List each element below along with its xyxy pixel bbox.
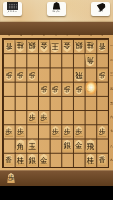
board-grid-icon (7, 2, 18, 10)
resign-button-label: 投了 (98, 10, 103, 12)
gote-piece-歩[interactable]: 歩 (74, 83, 83, 94)
square-8-6[interactable] (15, 110, 27, 124)
square-9-9[interactable]: 香 (3, 153, 15, 167)
square-3-5[interactable] (73, 96, 85, 110)
gote-piece-歩[interactable]: 歩 (63, 83, 72, 94)
square-7-9[interactable]: 銀 (26, 153, 38, 167)
square-6-1[interactable]: 金 (38, 39, 50, 53)
square-2-5[interactable] (85, 96, 97, 110)
square-2-9[interactable]: 桂 (85, 153, 97, 167)
square-4-2[interactable] (61, 53, 73, 67)
square-5-1[interactable]: 王 (50, 39, 62, 53)
square-1-2[interactable] (96, 53, 108, 67)
board-grid: 香桂銀金王金銀桂香角歩歩歩飛歩歩歩歩歩歩歩歩歩歩歩歩歩歩角玉銀金飛香桂銀金桂香 (2, 38, 109, 168)
menu-button[interactable]: メニュー (3, 2, 22, 16)
square-4-3[interactable] (61, 67, 73, 81)
sente-piece-歩[interactable]: 歩 (16, 126, 25, 137)
square-7-8[interactable]: 玉 (26, 139, 38, 153)
square-7-3[interactable]: 歩 (26, 67, 38, 81)
square-4-5[interactable] (61, 96, 73, 110)
square-1-9[interactable]: 香 (96, 153, 108, 167)
square-6-8[interactable] (38, 139, 50, 153)
square-9-6[interactable] (3, 110, 15, 124)
square-1-5[interactable] (96, 96, 108, 110)
square-4-9[interactable] (61, 153, 73, 167)
file-label-7: ７ (31, 34, 34, 37)
sente-hand-piece-歩[interactable]: 歩 (7, 173, 15, 183)
sente-piece-銀[interactable]: 銀 (62, 140, 72, 152)
gote-piece-香[interactable]: 香 (4, 41, 13, 52)
rank-label-9: 九 (110, 158, 113, 161)
rank-label-6: 六 (110, 116, 113, 119)
sente-piece-銀[interactable]: 銀 (27, 154, 37, 166)
square-3-6[interactable] (73, 110, 85, 124)
sente-piece-玉[interactable]: 玉 (27, 139, 38, 152)
file-label-3: ３ (78, 34, 81, 37)
undo-button[interactable]: 待った (47, 2, 66, 16)
square-2-7[interactable] (85, 124, 97, 138)
square-5-2[interactable] (50, 53, 62, 67)
square-9-8[interactable] (3, 139, 15, 153)
square-3-4[interactable]: 歩 (73, 82, 85, 96)
sente-piece-桂[interactable]: 桂 (15, 154, 25, 166)
upright-piece-icon (53, 2, 61, 10)
square-8-1[interactable]: 桂 (15, 39, 27, 53)
square-9-1[interactable]: 香 (3, 39, 15, 53)
rank-label-5: 五 (110, 101, 113, 104)
gote-piece-角[interactable]: 角 (85, 54, 96, 67)
gote-piece-桂[interactable]: 桂 (15, 40, 25, 52)
gote-piece-銀[interactable]: 銀 (74, 40, 84, 52)
rank-label-7: 七 (110, 130, 113, 133)
square-8-8[interactable]: 角 (15, 139, 27, 153)
file-label-6: ６ (43, 34, 46, 37)
square-8-5[interactable] (15, 96, 27, 110)
toolbar: メニュー 待った 投了 (0, 0, 113, 22)
square-9-2[interactable] (3, 53, 15, 67)
square-6-2[interactable] (38, 53, 50, 67)
gote-piece-金[interactable]: 金 (39, 40, 49, 52)
square-8-7[interactable]: 歩 (15, 124, 27, 138)
square-5-4[interactable]: 歩 (50, 82, 62, 96)
gote-piece-歩[interactable]: 歩 (51, 83, 60, 94)
square-7-2[interactable] (26, 53, 38, 67)
square-4-4[interactable]: 歩 (61, 82, 73, 96)
rank-label-1: 一 (110, 45, 113, 48)
square-1-7[interactable]: 歩 (96, 124, 108, 138)
square-9-5[interactable] (3, 96, 15, 110)
square-4-8[interactable]: 銀 (61, 139, 73, 153)
square-5-3[interactable] (50, 67, 62, 81)
square-4-1[interactable]: 金 (61, 39, 73, 53)
undo-button-label: 待った (53, 10, 60, 12)
square-5-5[interactable] (50, 96, 62, 110)
gote-piece-飛[interactable]: 飛 (73, 68, 84, 81)
square-8-2[interactable] (15, 53, 27, 67)
rank-label-8: 八 (110, 144, 113, 147)
sente-captured-tray: 歩 (0, 170, 113, 186)
file-label-1: １ (101, 34, 104, 37)
gote-piece-銀[interactable]: 銀 (27, 40, 37, 52)
gote-piece-歩[interactable]: 歩 (28, 69, 37, 80)
square-5-7[interactable]: 歩 (50, 124, 62, 138)
sente-piece-歩[interactable]: 歩 (4, 126, 13, 137)
file-label-8: ８ (19, 34, 22, 37)
square-7-7[interactable] (26, 124, 38, 138)
sente-piece-歩[interactable]: 歩 (39, 112, 48, 123)
square-6-7[interactable] (38, 124, 50, 138)
square-7-6[interactable]: 歩 (26, 110, 38, 124)
gote-piece-桂[interactable]: 桂 (85, 40, 95, 52)
sente-piece-飛[interactable]: 飛 (85, 139, 96, 152)
file-label-5: ５ (54, 34, 57, 37)
file-label-2: ２ (89, 34, 92, 37)
sente-piece-香[interactable]: 香 (4, 154, 13, 165)
square-6-9[interactable]: 金 (38, 153, 50, 167)
square-3-1[interactable]: 銀 (73, 39, 85, 53)
file-label-9: ９ (8, 34, 11, 37)
rank-label-3: 三 (110, 73, 113, 76)
square-5-6[interactable] (50, 110, 62, 124)
gote-piece-歩[interactable]: 歩 (4, 69, 13, 80)
square-6-5[interactable] (38, 96, 50, 110)
sente-piece-歩[interactable]: 歩 (51, 126, 60, 137)
square-9-7[interactable]: 歩 (3, 124, 15, 138)
square-5-9[interactable] (50, 153, 62, 167)
square-1-8[interactable] (96, 139, 108, 153)
sente-piece-歩[interactable]: 歩 (74, 126, 83, 137)
rank-label-2: 二 (110, 59, 113, 62)
sente-piece-桂[interactable]: 桂 (85, 154, 95, 166)
sente-piece-歩[interactable]: 歩 (28, 112, 37, 123)
square-3-3[interactable]: 飛 (73, 67, 85, 81)
square-4-7[interactable]: 歩 (61, 124, 73, 138)
square-7-1[interactable]: 銀 (26, 39, 38, 53)
square-3-8[interactable]: 金 (73, 139, 85, 153)
square-3-2[interactable] (73, 53, 85, 67)
square-8-4[interactable] (15, 82, 27, 96)
square-5-8[interactable] (50, 139, 62, 153)
square-8-3[interactable]: 歩 (15, 67, 27, 81)
rank-label-4: 四 (110, 87, 113, 90)
file-label-4: ４ (66, 34, 69, 37)
sente-piece-金[interactable]: 金 (39, 154, 49, 166)
gote-piece-歩[interactable]: 歩 (98, 69, 107, 80)
square-2-4[interactable]: 歩 (85, 82, 97, 96)
square-6-3[interactable] (38, 67, 50, 81)
square-2-8[interactable]: 飛 (85, 139, 97, 153)
sente-piece-歩[interactable]: 歩 (63, 126, 72, 137)
square-4-6[interactable] (61, 110, 73, 124)
square-2-2[interactable]: 角 (85, 53, 97, 67)
shogi-board: 香桂銀金王金銀桂香角歩歩歩飛歩歩歩歩歩歩歩歩歩歩歩歩歩歩角玉銀金飛香桂銀金桂香 … (0, 35, 113, 170)
gote-piece-王[interactable]: 王 (50, 40, 61, 53)
sente-piece-金[interactable]: 金 (74, 140, 84, 152)
square-7-4[interactable] (26, 82, 38, 96)
square-6-6[interactable]: 歩 (38, 110, 50, 124)
square-2-6[interactable] (85, 110, 97, 124)
menu-button-label: メニュー (8, 10, 18, 12)
square-2-1[interactable]: 桂 (85, 39, 97, 53)
square-8-9[interactable]: 桂 (15, 153, 27, 167)
square-1-6[interactable] (96, 110, 108, 124)
resign-button[interactable]: 投了 (91, 2, 110, 16)
square-9-3[interactable]: 歩 (3, 67, 15, 81)
sente-piece-歩[interactable]: 歩 (98, 126, 107, 137)
gote-piece-歩[interactable]: 歩 (16, 69, 25, 80)
square-1-4[interactable] (96, 82, 108, 96)
square-2-3[interactable] (85, 67, 97, 81)
gote-piece-金[interactable]: 金 (62, 40, 72, 52)
square-1-1[interactable]: 香 (96, 39, 108, 53)
square-9-4[interactable] (3, 82, 15, 96)
square-1-3[interactable]: 歩 (96, 67, 108, 81)
gote-piece-歩[interactable]: 歩 (39, 83, 48, 94)
sente-piece-香[interactable]: 香 (98, 154, 107, 165)
gote-piece-香[interactable]: 香 (98, 41, 107, 52)
sente-piece-歩[interactable]: 歩 (86, 83, 95, 94)
bottom-black-bar (0, 186, 113, 200)
square-3-9[interactable] (73, 153, 85, 167)
square-7-5[interactable] (26, 96, 38, 110)
square-6-4[interactable]: 歩 (38, 82, 50, 96)
sente-piece-角[interactable]: 角 (15, 139, 26, 152)
square-3-7[interactable]: 歩 (73, 124, 85, 138)
